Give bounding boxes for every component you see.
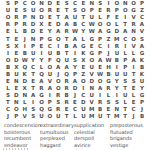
grid-cell-r11c3: K	[21, 71, 29, 78]
grid-cell-r7c12: C	[96, 43, 104, 50]
word-list: condescensionboisterousrecumbentendeavor…	[0, 122, 150, 148]
grid-cell-r6c13: Z	[104, 36, 112, 43]
word-list-item-extraordinary: extraordinary	[40, 122, 74, 129]
word-list-item-condescension: condescension	[4, 122, 41, 129]
grid-cell-r10c11: U	[88, 64, 96, 71]
grid-cell-r6c1: T	[4, 36, 12, 43]
grid-cell-r11c8: Q	[62, 71, 70, 78]
grid-cell-r9c10: X	[79, 57, 87, 64]
grid-cell-r6c10: L	[79, 36, 87, 43]
grid-cell-r5c15: A	[121, 29, 129, 36]
grid-cell-r7c6: C	[46, 43, 54, 50]
word-list-item-haggard: haggard	[40, 142, 74, 149]
grid-cell-r9c1: O	[4, 57, 12, 64]
grid-cell-r17c4: S	[29, 113, 37, 120]
grid-cell-r7c3: I	[21, 43, 29, 50]
grid-cell-r6c7: O	[54, 36, 62, 43]
grid-cell-r5c7: A	[54, 29, 62, 36]
grid-cell-r10c16: I	[129, 64, 137, 71]
grid-cell-r9c6: F	[46, 57, 54, 64]
grid-cell-r17c10: U	[79, 113, 87, 120]
grid-cell-r11c12: W	[96, 71, 104, 78]
grid-cell-r8c8: T	[62, 50, 70, 57]
grid-cell-r8c3: B	[21, 50, 29, 57]
grid-cell-r9c14: B	[113, 57, 121, 64]
grid-cell-r11c1: B	[4, 71, 12, 78]
grid-cell-r17c11: M	[88, 113, 96, 120]
grid-cell-r5c17: V	[138, 29, 146, 36]
grid-cell-r8c1: I	[4, 50, 12, 57]
grid-cell-r8c13: J	[104, 50, 112, 57]
grid-cell-r5c6: Y	[46, 29, 54, 36]
grid-cell-r11c16: T	[129, 71, 137, 78]
grid-cell-r8c2: E	[12, 50, 20, 57]
word-list-column-1: condescensionboisterousrecumbentendeavor	[4, 122, 41, 148]
word-list-item-supplication: supplication	[74, 122, 104, 129]
grid-cell-r10c6: O	[46, 64, 54, 71]
grid-cell-r5c16: N	[129, 29, 137, 36]
grid-cell-r7c9: A	[71, 43, 79, 50]
grid-cell-r9c9: S	[71, 57, 79, 64]
grid-cell-r10c3: Q	[21, 64, 29, 71]
grid-cell-r11c6: U	[46, 71, 54, 78]
grid-cell-r6c9: A	[71, 36, 79, 43]
grid-cell-r9c2: D	[12, 57, 20, 64]
grid-cell-r10c5: L	[37, 64, 45, 71]
grid-cell-r7c7: I	[54, 43, 62, 50]
grid-cell-r8c7: B	[54, 50, 62, 57]
grid-cell-r7c17: A	[138, 43, 146, 50]
grid-cell-r7c15: I	[121, 43, 129, 50]
grid-cell-r5c10: Y	[79, 29, 87, 36]
grid-cell-r5c1: E	[4, 29, 12, 36]
grid-cell-r7c13: I	[104, 43, 112, 50]
word-search-grid: SPCONDESCENSIONOPUESUORETSOPERPOGZORPNDE…	[4, 1, 146, 121]
grid-cell-r11c17: K	[138, 71, 146, 78]
grid-cell-r6c17: S	[138, 36, 146, 43]
grid-cell-r11c11: V	[88, 71, 96, 78]
grid-cell-r11c10: Z	[79, 71, 87, 78]
grid-cell-r9c4: Y	[29, 57, 37, 64]
grid-cell-r10c10: E	[79, 64, 87, 71]
grid-cell-r7c11: E	[88, 43, 96, 50]
grid-cell-r7c10: G	[79, 43, 87, 50]
grid-cell-r9c3: W	[21, 57, 29, 64]
grid-cell-r17c2: P	[12, 113, 20, 120]
grid-cell-r5c3: B	[21, 29, 29, 36]
word-list-column-4: preposterousflutuatedbrigandsvestige	[110, 122, 143, 148]
grid-cell-r5c12: A	[96, 29, 104, 36]
grid-cell-r10c1: B	[4, 64, 12, 71]
grid-cell-r5c5: E	[37, 29, 45, 36]
grid-cell-r8c10: K	[79, 50, 87, 57]
grid-cell-r5c13: G	[104, 29, 112, 36]
word-search-page: SPCONDESCENSIONOPUESUORETSOPERPOGZORPNDE…	[0, 0, 150, 150]
grid-cell-r8c6: U	[46, 50, 54, 57]
grid-cell-r17c3: V	[21, 113, 29, 120]
grid-cell-r11c7: J	[54, 71, 62, 78]
grid-cell-r8c4: U	[29, 50, 37, 57]
grid-cell-r8c17: G	[138, 50, 146, 57]
grid-cell-r6c15: C	[121, 36, 129, 43]
grid-cell-r6c5: P	[37, 36, 45, 43]
grid-cell-r8c15: L	[121, 50, 129, 57]
grid-cell-r5c11: W	[88, 29, 96, 36]
grid-cell-r11c5: Q	[37, 71, 45, 78]
grid-cell-r6c8: T	[62, 36, 70, 43]
grid-cell-r17c7: U	[54, 113, 62, 120]
grid-cell-r9c13: W	[104, 57, 112, 64]
word-list-column-2: extraordinarytumultuousperplexedhaggard	[40, 122, 74, 148]
grid-cell-r17c5: U	[37, 113, 45, 120]
grid-cell-r17c1: J	[4, 113, 12, 120]
grid-cell-r10c17: B	[138, 64, 146, 71]
grid-cell-r6c4: N	[29, 36, 37, 43]
grid-cell-r9c12: A	[96, 57, 104, 64]
grid-cell-r9c16: A	[129, 57, 137, 64]
word-list-item-avirice: avirice	[74, 142, 104, 149]
grid-cell-r17c14: M	[113, 113, 121, 120]
grid-cell-r7c2: X	[12, 43, 20, 50]
grid-cell-r11c2: U	[12, 71, 20, 78]
grid-cell-r8c14: U	[113, 50, 121, 57]
grid-cell-r5c9: W	[71, 29, 79, 36]
grid-cell-r9c11: O	[88, 57, 96, 64]
word-list-item-vestige: vestige	[110, 142, 143, 149]
grid-cell-r7c4: P	[29, 43, 37, 50]
grid-cell-r11c13: B	[104, 71, 112, 78]
grid-cell-r11c9: P	[71, 71, 79, 78]
grid-cell-r11c15: U	[121, 71, 129, 78]
grid-cell-r8c16: L	[129, 50, 137, 57]
word-list-item-preposterous: preposterous	[110, 122, 143, 129]
grid-cell-r5c14: D	[113, 29, 121, 36]
grid-cell-r10c2: X	[12, 64, 20, 71]
grid-cell-r6c11: G	[88, 36, 96, 43]
grid-cell-r7c16: V	[129, 43, 137, 50]
grid-cell-r5c4: D	[29, 29, 37, 36]
grid-cell-r6c3: J	[21, 36, 29, 43]
grid-cell-r5c8: R	[62, 29, 70, 36]
grid-cell-r9c15: P	[121, 57, 129, 64]
grid-cell-r11c4: T	[29, 71, 37, 78]
grid-cell-r10c4: C	[29, 64, 37, 71]
grid-cell-r7c14: R	[113, 43, 121, 50]
grid-cell-r8c12: P	[96, 50, 104, 57]
clipped-bottom-text	[3, 148, 30, 150]
grid-cell-r10c13: H	[104, 64, 112, 71]
grid-cell-r17c6: O	[46, 113, 54, 120]
grid-cell-r17c9: L	[71, 113, 79, 120]
grid-cell-r10c8: A	[62, 64, 70, 71]
grid-cell-r7c1: S	[4, 43, 12, 50]
grid-cell-r9c8: U	[62, 57, 70, 64]
grid-cell-r10c7: A	[54, 64, 62, 71]
grid-cell-r17c13: T	[104, 113, 112, 120]
grid-cell-r6c14: M	[113, 36, 121, 43]
grid-cell-r8c9: I	[71, 50, 79, 57]
grid-cell-r17c15: T	[121, 113, 129, 120]
grid-cell-r10c9: Y	[71, 64, 79, 71]
grid-cell-r9c17: K	[138, 57, 146, 64]
grid-cell-r17c8: T	[62, 113, 70, 120]
grid-cell-r10c14: I	[113, 64, 121, 71]
grid-cell-r6c16: O	[129, 36, 137, 43]
grid-cell-r8c5: I	[37, 50, 45, 57]
grid-cell-r9c7: Q	[54, 57, 62, 64]
grid-cell-r8c11: G	[88, 50, 96, 57]
grid-cell-r6c2: E	[12, 36, 20, 43]
word-list-column-3: supplicationcelestialderspoilavirice	[74, 122, 104, 148]
grid-cell-r10c15: P	[121, 64, 129, 71]
grid-cell-r5c2: L	[12, 29, 20, 36]
grid-cell-r7c8: B	[62, 43, 70, 50]
grid-cell-r6c6: G	[46, 36, 54, 43]
grid-cell-r17c16: J	[129, 113, 137, 120]
grid-cell-r6c12: P	[96, 36, 104, 43]
grid-cell-r10c12: E	[96, 64, 104, 71]
grid-cell-r7c5: E	[37, 43, 45, 50]
grid-cell-r17c12: U	[96, 113, 104, 120]
grid-cell-r11c14: U	[113, 71, 121, 78]
grid-cell-r17c17: B	[138, 113, 146, 120]
grid-cell-r9c5: Y	[37, 57, 45, 64]
